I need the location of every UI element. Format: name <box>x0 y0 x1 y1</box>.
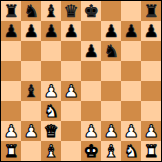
piece-white-pawn[interactable]: ♟ <box>23 121 38 141</box>
square-c7[interactable]: ♟ <box>41 21 61 41</box>
square-b7[interactable]: ♟ <box>21 21 41 41</box>
square-f4[interactable] <box>101 81 121 101</box>
square-f5[interactable] <box>101 61 121 81</box>
square-a7[interactable]: ♟ <box>1 21 21 41</box>
square-c1[interactable]: ♝ <box>41 141 61 161</box>
piece-black-king[interactable]: ♚ <box>83 1 98 21</box>
square-a1[interactable]: ♜ <box>1 141 21 161</box>
piece-black-bishop[interactable]: ♝ <box>23 81 38 101</box>
square-c5[interactable] <box>41 61 61 81</box>
square-h6[interactable] <box>141 41 161 61</box>
piece-black-rook[interactable]: ♜ <box>143 1 158 21</box>
square-g3[interactable] <box>121 101 141 121</box>
piece-black-pawn[interactable]: ♟ <box>103 21 118 41</box>
square-e1[interactable]: ♚ <box>81 141 101 161</box>
square-f7[interactable]: ♟ <box>101 21 121 41</box>
square-e3[interactable] <box>81 101 101 121</box>
square-b3[interactable] <box>21 101 41 121</box>
piece-white-knight[interactable]: ♞ <box>123 141 138 161</box>
square-f8[interactable] <box>101 1 121 21</box>
piece-white-pawn[interactable]: ♟ <box>83 121 98 141</box>
square-c3[interactable]: ♞ <box>41 101 61 121</box>
square-e5[interactable] <box>81 61 101 81</box>
piece-white-pawn[interactable]: ♟ <box>103 121 118 141</box>
square-d8[interactable]: ♛ <box>61 1 81 21</box>
square-b6[interactable] <box>21 41 41 61</box>
square-h5[interactable] <box>141 61 161 81</box>
square-d7[interactable]: ♟ <box>61 21 81 41</box>
piece-white-pawn[interactable]: ♟ <box>3 121 18 141</box>
square-a4[interactable] <box>1 81 21 101</box>
square-g6[interactable] <box>121 41 141 61</box>
square-f6[interactable]: ♞ <box>101 41 121 61</box>
square-a8[interactable]: ♜ <box>1 1 21 21</box>
piece-black-pawn[interactable]: ♟ <box>63 21 78 41</box>
square-b8[interactable]: ♞ <box>21 1 41 21</box>
piece-white-bishop[interactable]: ♝ <box>103 141 118 161</box>
square-a6[interactable] <box>1 41 21 61</box>
square-e2[interactable]: ♟ <box>81 121 101 141</box>
piece-black-pawn[interactable]: ♟ <box>83 41 98 61</box>
square-h4[interactable] <box>141 81 161 101</box>
piece-white-pawn[interactable]: ♟ <box>123 121 138 141</box>
square-a3[interactable] <box>1 101 21 121</box>
square-b5[interactable] <box>21 61 41 81</box>
piece-black-bishop[interactable]: ♝ <box>43 1 58 21</box>
square-d2[interactable] <box>61 121 81 141</box>
square-g4[interactable] <box>121 81 141 101</box>
square-h8[interactable]: ♜ <box>141 1 161 21</box>
square-d5[interactable] <box>61 61 81 81</box>
square-c6[interactable] <box>41 41 61 61</box>
square-a5[interactable] <box>1 61 21 81</box>
square-d4[interactable]: ♟ <box>61 81 81 101</box>
square-f3[interactable] <box>101 101 121 121</box>
piece-white-rook[interactable]: ♜ <box>3 141 18 161</box>
piece-white-king[interactable]: ♚ <box>83 141 98 161</box>
square-d3[interactable] <box>61 101 81 121</box>
square-d6[interactable] <box>61 41 81 61</box>
piece-white-bishop[interactable]: ♝ <box>43 141 58 161</box>
piece-white-rook[interactable]: ♜ <box>143 141 158 161</box>
piece-white-pawn[interactable]: ♟ <box>63 81 78 101</box>
piece-black-rook[interactable]: ♜ <box>3 1 18 21</box>
piece-black-pawn[interactable]: ♟ <box>123 21 138 41</box>
square-e6[interactable]: ♟ <box>81 41 101 61</box>
piece-black-pawn[interactable]: ♟ <box>43 21 58 41</box>
chess-board-frame: ♜♞♝♛♚♜♟♟♟♟♟♟♟♟♞♝♟♟♞♟♟♛♟♟♟♟♜♝♚♝♞♜ <box>0 0 162 162</box>
square-g5[interactable] <box>121 61 141 81</box>
piece-black-pawn[interactable]: ♟ <box>23 21 38 41</box>
piece-black-knight[interactable]: ♞ <box>23 1 38 21</box>
square-c8[interactable]: ♝ <box>41 1 61 21</box>
square-h1[interactable]: ♜ <box>141 141 161 161</box>
square-f2[interactable]: ♟ <box>101 121 121 141</box>
square-h3[interactable] <box>141 101 161 121</box>
square-g1[interactable]: ♞ <box>121 141 141 161</box>
square-e8[interactable]: ♚ <box>81 1 101 21</box>
square-f1[interactable]: ♝ <box>101 141 121 161</box>
piece-black-queen[interactable]: ♛ <box>63 1 78 21</box>
square-g8[interactable] <box>121 1 141 21</box>
square-d1[interactable] <box>61 141 81 161</box>
piece-black-pawn[interactable]: ♟ <box>143 21 158 41</box>
square-h2[interactable]: ♟ <box>141 121 161 141</box>
piece-white-pawn[interactable]: ♟ <box>43 81 58 101</box>
square-b1[interactable] <box>21 141 41 161</box>
square-c2[interactable]: ♛ <box>41 121 61 141</box>
square-c4[interactable]: ♟ <box>41 81 61 101</box>
square-g7[interactable]: ♟ <box>121 21 141 41</box>
square-h7[interactable]: ♟ <box>141 21 161 41</box>
piece-black-pawn[interactable]: ♟ <box>3 21 18 41</box>
piece-white-queen[interactable]: ♛ <box>43 121 58 141</box>
square-g2[interactable]: ♟ <box>121 121 141 141</box>
piece-black-knight[interactable]: ♞ <box>103 41 118 61</box>
square-a2[interactable]: ♟ <box>1 121 21 141</box>
chess-board: ♜♞♝♛♚♜♟♟♟♟♟♟♟♟♞♝♟♟♞♟♟♛♟♟♟♟♜♝♚♝♞♜ <box>1 1 161 161</box>
square-e4[interactable] <box>81 81 101 101</box>
piece-white-pawn[interactable]: ♟ <box>143 121 158 141</box>
square-b4[interactable]: ♝ <box>21 81 41 101</box>
square-e7[interactable] <box>81 21 101 41</box>
piece-white-knight[interactable]: ♞ <box>43 101 58 121</box>
square-b2[interactable]: ♟ <box>21 121 41 141</box>
